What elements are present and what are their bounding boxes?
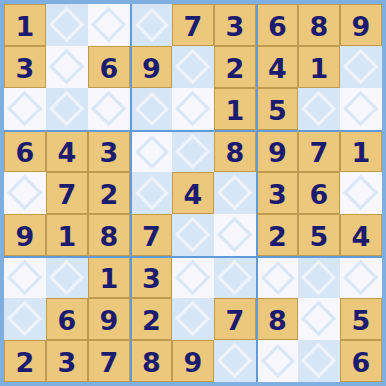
- cell-r7c4[interactable]: 3: [130, 256, 172, 298]
- cell-r7c8[interactable]: [298, 256, 340, 298]
- given-digit: 4: [184, 181, 203, 208]
- cell-r5c8[interactable]: 6: [298, 172, 340, 214]
- cell-r2c8[interactable]: 1: [298, 46, 340, 88]
- empty-cell-diamond-icon: [301, 260, 337, 296]
- cell-r8c9[interactable]: 5: [340, 298, 382, 340]
- cell-r5c2[interactable]: 7: [46, 172, 88, 214]
- given-digit: 3: [226, 13, 245, 40]
- empty-cell-diamond-icon: [261, 344, 295, 378]
- cell-r2c9[interactable]: [340, 46, 382, 88]
- given-digit: 1: [226, 97, 245, 124]
- given-digit: 5: [352, 307, 371, 334]
- empty-cell-diamond-icon: [175, 49, 211, 85]
- empty-cell-diamond-icon: [49, 49, 85, 85]
- given-digit: 6: [352, 349, 371, 376]
- cell-r9c3[interactable]: 7: [88, 340, 130, 382]
- given-digit: 8: [226, 139, 245, 166]
- cell-r3c1[interactable]: [4, 88, 46, 130]
- cell-r2c4[interactable]: 9: [130, 46, 172, 88]
- given-digit: 3: [58, 349, 77, 376]
- given-digit: 7: [310, 139, 329, 166]
- empty-cell-diamond-icon: [91, 7, 127, 43]
- empty-cell-diamond-icon: [7, 91, 43, 127]
- empty-cell-diamond-icon: [343, 260, 379, 296]
- cell-r4c1[interactable]: 6: [4, 130, 46, 172]
- given-digit: 2: [142, 307, 161, 334]
- cell-r2c1[interactable]: 3: [4, 46, 46, 88]
- empty-cell-diamond-icon: [301, 343, 337, 379]
- given-digit: 8: [268, 307, 287, 334]
- given-digit: 1: [352, 139, 371, 166]
- empty-cell-diamond-icon: [175, 301, 211, 337]
- given-digit: 5: [268, 97, 287, 124]
- cell-r4c7[interactable]: 9: [256, 130, 298, 172]
- given-digit: 9: [142, 55, 161, 82]
- given-digit: 6: [16, 139, 35, 166]
- given-digit: 3: [268, 181, 287, 208]
- cell-r6c1[interactable]: 9: [4, 214, 46, 256]
- empty-cell-diamond-icon: [175, 260, 211, 296]
- cell-r9c9[interactable]: 6: [340, 340, 382, 382]
- empty-cell-diamond-icon: [7, 301, 43, 337]
- cell-r5c4[interactable]: [130, 172, 172, 214]
- cell-r4c9[interactable]: 1: [340, 130, 382, 172]
- cell-r7c5[interactable]: [172, 256, 214, 298]
- cell-r1c1[interactable]: 1: [4, 4, 46, 46]
- cell-r5c5[interactable]: 4: [172, 172, 214, 214]
- given-digit: 3: [16, 55, 35, 82]
- cell-r9c5[interactable]: 9: [172, 340, 214, 382]
- empty-cell-diamond-icon: [7, 175, 43, 211]
- cell-r6c3[interactable]: 8: [88, 214, 130, 256]
- empty-cell-diamond-icon: [175, 91, 211, 127]
- cell-r2c6[interactable]: 2: [214, 46, 256, 88]
- cell-r4c3[interactable]: 3: [88, 130, 130, 172]
- cell-r3c6[interactable]: 1: [214, 88, 256, 130]
- given-digit: 8: [310, 13, 329, 40]
- cell-r2c3[interactable]: 6: [88, 46, 130, 88]
- given-digit: 4: [268, 55, 287, 82]
- cell-r5c9[interactable]: [340, 172, 382, 214]
- cell-r9c6[interactable]: [214, 340, 256, 382]
- cell-r4c8[interactable]: 7: [298, 130, 340, 172]
- cell-r9c2[interactable]: 3: [46, 340, 88, 382]
- given-digit: 1: [100, 265, 119, 292]
- cell-r7c9[interactable]: [340, 256, 382, 298]
- cell-r8c5[interactable]: [172, 298, 214, 340]
- cell-r1c3[interactable]: [88, 4, 130, 46]
- given-digit: 2: [16, 349, 35, 376]
- given-digit: 7: [58, 181, 77, 208]
- empty-cell-diamond-icon: [175, 217, 211, 253]
- cell-r5c3[interactable]: 2: [88, 172, 130, 214]
- given-digit: 3: [100, 139, 119, 166]
- empty-cell-diamond-icon: [49, 91, 85, 127]
- cell-r8c1[interactable]: [4, 298, 46, 340]
- cell-r4c6[interactable]: 8: [214, 130, 256, 172]
- given-digit: 2: [100, 181, 119, 208]
- cell-r9c4[interactable]: 8: [130, 340, 172, 382]
- cell-r6c8[interactable]: 5: [298, 214, 340, 256]
- cell-r2c2[interactable]: [46, 46, 88, 88]
- cell-r1c7[interactable]: 6: [256, 4, 298, 46]
- cell-r8c2[interactable]: 6: [46, 298, 88, 340]
- cell-r4c4[interactable]: [130, 130, 172, 172]
- empty-cell-diamond-icon: [217, 217, 253, 253]
- given-digit: 4: [352, 223, 371, 250]
- cell-r1c4[interactable]: [130, 4, 172, 46]
- cell-r1c8[interactable]: 8: [298, 4, 340, 46]
- empty-cell-diamond-icon: [343, 49, 379, 85]
- cell-r3c4[interactable]: [130, 88, 172, 130]
- given-digit: 6: [310, 181, 329, 208]
- cell-r8c3[interactable]: 9: [88, 298, 130, 340]
- cell-r3c3[interactable]: [88, 88, 130, 130]
- cell-r2c7[interactable]: 4: [256, 46, 298, 88]
- given-digit: 9: [100, 307, 119, 334]
- cell-r6c4[interactable]: 7: [130, 214, 172, 256]
- cell-r1c2[interactable]: [46, 4, 88, 46]
- given-digit: 7: [184, 13, 203, 40]
- empty-cell-diamond-icon: [49, 260, 85, 296]
- empty-cell-diamond-icon: [217, 260, 253, 296]
- empty-cell-diamond-icon: [135, 176, 169, 210]
- given-digit: 9: [184, 349, 203, 376]
- cell-r8c4[interactable]: 2: [130, 298, 172, 340]
- empty-cell-diamond-icon: [343, 91, 379, 127]
- empty-cell-diamond-icon: [301, 91, 337, 127]
- given-digit: 2: [268, 223, 287, 250]
- given-digit: 9: [352, 13, 371, 40]
- given-digit: 7: [100, 349, 119, 376]
- empty-cell-diamond-icon: [135, 8, 169, 42]
- empty-cell-diamond-icon: [7, 260, 43, 296]
- cell-r7c2[interactable]: [46, 256, 88, 298]
- cell-r7c1[interactable]: [4, 256, 46, 298]
- cell-r2c5[interactable]: [172, 46, 214, 88]
- cell-r3c8[interactable]: [298, 88, 340, 130]
- cell-r8c8[interactable]: [298, 298, 340, 340]
- empty-cell-diamond-icon: [301, 301, 337, 337]
- empty-cell-diamond-icon: [261, 261, 295, 295]
- cell-r9c7[interactable]: [256, 340, 298, 382]
- cell-r6c7[interactable]: 2: [256, 214, 298, 256]
- given-digit: 9: [16, 223, 35, 250]
- given-digit: 1: [16, 13, 35, 40]
- cell-r3c5[interactable]: [172, 88, 214, 130]
- cell-r6c5[interactable]: [172, 214, 214, 256]
- cell-r7c3[interactable]: 1: [88, 256, 130, 298]
- cell-r5c7[interactable]: 3: [256, 172, 298, 214]
- cell-r6c9[interactable]: 4: [340, 214, 382, 256]
- given-digit: 8: [142, 349, 161, 376]
- given-digit: 6: [58, 307, 77, 334]
- cell-r1c5[interactable]: 7: [172, 4, 214, 46]
- cell-r4c5[interactable]: [172, 130, 214, 172]
- cell-r9c8[interactable]: [298, 340, 340, 382]
- given-digit: 9: [268, 139, 287, 166]
- empty-cell-diamond-icon: [91, 91, 127, 127]
- cell-r3c7[interactable]: 5: [256, 88, 298, 130]
- sudoku-board: 1736893692411564389717243691872541369278…: [0, 0, 386, 386]
- given-digit: 6: [100, 55, 119, 82]
- cell-r1c6[interactable]: 3: [214, 4, 256, 46]
- cell-r5c6[interactable]: [214, 172, 256, 214]
- given-digit: 8: [100, 223, 119, 250]
- empty-cell-diamond-icon: [217, 175, 253, 211]
- cell-r6c6[interactable]: [214, 214, 256, 256]
- empty-cell-diamond-icon: [135, 92, 169, 126]
- cell-r3c9[interactable]: [340, 88, 382, 130]
- empty-cell-diamond-icon: [135, 135, 169, 169]
- given-digit: 2: [226, 55, 245, 82]
- given-digit: 7: [142, 223, 161, 250]
- empty-cell-diamond-icon: [217, 343, 253, 379]
- cell-r3c2[interactable]: [46, 88, 88, 130]
- given-digit: 1: [58, 223, 77, 250]
- given-digit: 5: [310, 223, 329, 250]
- given-digit: 7: [226, 307, 245, 334]
- cell-r8c7[interactable]: 8: [256, 298, 298, 340]
- cell-r9c1[interactable]: 2: [4, 340, 46, 382]
- empty-cell-diamond-icon: [175, 134, 211, 170]
- cell-r6c2[interactable]: 1: [46, 214, 88, 256]
- cell-r8c6[interactable]: 7: [214, 298, 256, 340]
- cell-r1c9[interactable]: 9: [340, 4, 382, 46]
- cell-r7c7[interactable]: [256, 256, 298, 298]
- empty-cell-diamond-icon: [343, 175, 379, 211]
- cell-r7c6[interactable]: [214, 256, 256, 298]
- given-digit: 1: [310, 55, 329, 82]
- cell-r4c2[interactable]: 4: [46, 130, 88, 172]
- given-digit: 4: [58, 139, 77, 166]
- cell-r5c1[interactable]: [4, 172, 46, 214]
- given-digit: 6: [268, 13, 287, 40]
- empty-cell-diamond-icon: [49, 7, 85, 43]
- given-digit: 3: [142, 265, 161, 292]
